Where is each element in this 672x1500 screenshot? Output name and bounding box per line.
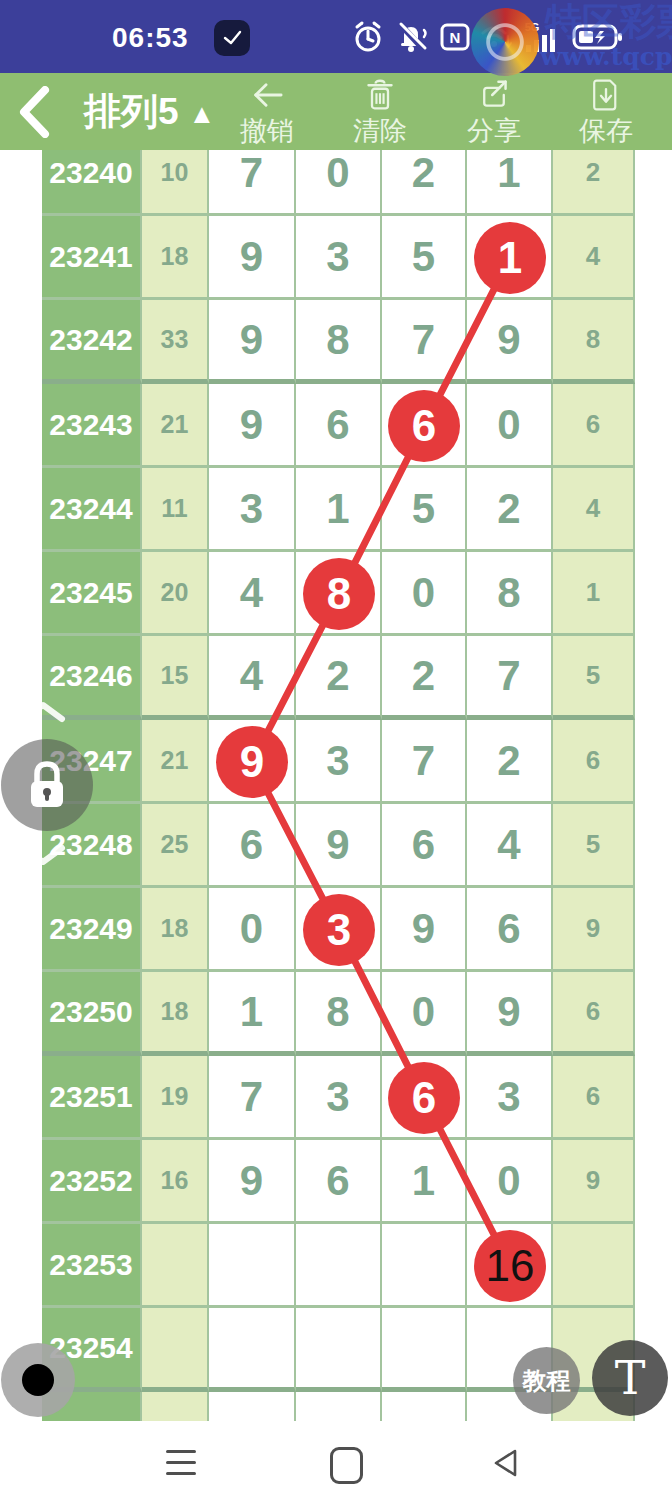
lock-icon	[25, 759, 69, 811]
share-icon	[476, 79, 512, 111]
wifi-icon	[480, 22, 514, 52]
battery-icon	[572, 22, 624, 52]
tutorial-label: 教程	[523, 1365, 571, 1397]
5g-signal-icon: 5G	[524, 19, 562, 55]
trend-line-svg[interactable]: 16893616	[42, 132, 635, 1421]
text-tool-button[interactable]: T	[592, 1340, 668, 1416]
trend-chart[interactable]: 2324010702122324118935423242339879823243…	[42, 132, 635, 1421]
back-chevron-icon	[17, 86, 51, 138]
nfc-icon: N	[440, 22, 470, 52]
trend-circle-6[interactable]: 16	[474, 1230, 546, 1302]
status-bar: 06:53 N 5G	[0, 0, 672, 73]
trend-circle-0[interactable]: 1	[474, 222, 546, 294]
trend-circle-value: 3	[327, 905, 351, 954]
trend-circle-1[interactable]: 6	[388, 390, 460, 462]
svg-text:N: N	[450, 29, 461, 46]
clock-widget-icon	[214, 20, 250, 56]
share-button[interactable]: 分享	[448, 79, 540, 149]
nav-menu-button[interactable]	[166, 1450, 196, 1475]
current-color-dot	[22, 1364, 54, 1396]
game-title-dropdown[interactable]: 排列5 ▲	[84, 87, 215, 137]
pen-color-button[interactable]	[1, 1343, 75, 1417]
back-button[interactable]	[12, 85, 56, 139]
tutorial-button[interactable]: 教程	[513, 1347, 580, 1414]
save-file-icon	[590, 79, 622, 111]
lock-button[interactable]	[1, 739, 93, 831]
trend-circle-4[interactable]: 3	[303, 894, 375, 966]
scroll-up-chevron-icon[interactable]	[20, 700, 66, 724]
trend-circle-value: 6	[412, 401, 436, 450]
trend-circle-5[interactable]: 6	[388, 1062, 460, 1134]
undo-arrow-icon	[248, 79, 286, 111]
trend-circle-value: 8	[327, 569, 351, 618]
trend-circle-value: 16	[486, 1241, 535, 1290]
clock: 06:53	[112, 22, 189, 54]
mute-bell-icon	[394, 20, 430, 54]
trend-polyline	[252, 258, 510, 1266]
trend-circle-3[interactable]: 9	[216, 726, 288, 798]
undo-label: 撤销	[240, 113, 294, 149]
trend-circle-value: 1	[498, 233, 522, 282]
trend-circle-value: 6	[412, 1073, 436, 1122]
status-icons: N 5G	[352, 0, 624, 73]
trash-icon	[363, 79, 397, 111]
trend-circle-value: 9	[240, 737, 264, 786]
save-label: 保存	[579, 113, 633, 149]
trend-circle-2[interactable]: 8	[303, 558, 375, 630]
nav-home-button[interactable]	[330, 1447, 363, 1484]
undo-button[interactable]: 撤销	[221, 79, 313, 149]
share-label: 分享	[467, 113, 521, 149]
clear-button[interactable]: 清除	[334, 79, 426, 149]
alarm-icon	[352, 20, 384, 54]
clear-label: 清除	[353, 113, 407, 149]
toolbar: 排列5 ▲ 撤销 清除 分享	[0, 73, 672, 150]
page-title: 排列5	[84, 87, 179, 137]
svg-text:5G: 5G	[525, 21, 540, 33]
save-button[interactable]: 保存	[560, 79, 652, 149]
caret-up-icon: ▲	[189, 101, 216, 128]
nav-back-button[interactable]	[490, 1447, 520, 1479]
text-tool-label: T	[615, 1351, 646, 1405]
scroll-down-chevron-icon[interactable]	[20, 843, 66, 867]
